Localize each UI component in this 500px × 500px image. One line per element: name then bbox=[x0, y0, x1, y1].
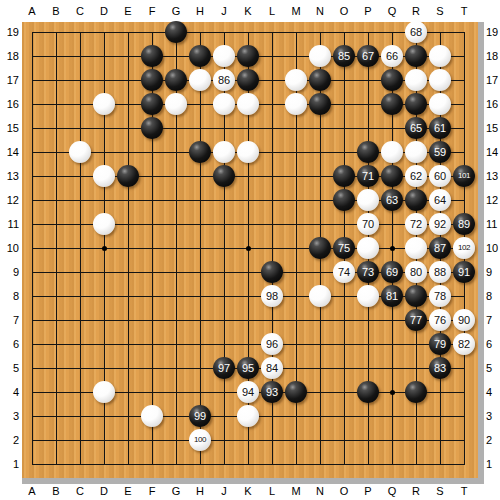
row-label: 7 bbox=[3, 312, 19, 328]
move-number: 60 bbox=[434, 171, 446, 182]
white-stone-l5: 84 bbox=[261, 357, 283, 379]
row-label: 10 bbox=[3, 240, 19, 256]
white-stone-q18: 66 bbox=[381, 45, 403, 67]
move-number: 61 bbox=[434, 123, 446, 134]
column-label: A bbox=[20, 3, 44, 19]
black-stone-h18 bbox=[189, 45, 211, 67]
black-stone-f15 bbox=[141, 117, 163, 139]
row-label: 3 bbox=[486, 408, 500, 424]
black-stone-s14: 59 bbox=[429, 141, 451, 163]
black-stone-k18 bbox=[237, 45, 259, 67]
move-number: 81 bbox=[386, 291, 398, 302]
move-number: 66 bbox=[386, 51, 398, 62]
column-label: K bbox=[236, 483, 260, 499]
star-point bbox=[390, 246, 395, 251]
go-board[interactable]: 6885676686656159716260101636470729289758… bbox=[22, 22, 484, 484]
move-number: 88 bbox=[434, 267, 446, 278]
white-stone-n18 bbox=[309, 45, 331, 67]
white-stone-s17 bbox=[429, 69, 451, 91]
row-label: 16 bbox=[3, 96, 19, 112]
white-stone-r13: 62 bbox=[405, 165, 427, 187]
column-label: D bbox=[92, 483, 116, 499]
move-number: 79 bbox=[434, 339, 446, 350]
black-stone-t9: 91 bbox=[453, 261, 475, 283]
white-stone-s13: 60 bbox=[429, 165, 451, 187]
column-label: K bbox=[236, 3, 260, 19]
move-number: 93 bbox=[266, 387, 278, 398]
white-stone-s18 bbox=[429, 45, 451, 67]
column-label: C bbox=[68, 483, 92, 499]
black-stone-t11: 89 bbox=[453, 213, 475, 235]
column-label: F bbox=[140, 3, 164, 19]
white-stone-r19: 68 bbox=[405, 21, 427, 43]
white-stone-s11: 92 bbox=[429, 213, 451, 235]
row-label: 11 bbox=[3, 216, 19, 232]
row-label: 8 bbox=[486, 288, 500, 304]
move-number: 63 bbox=[386, 195, 398, 206]
move-number: 102 bbox=[458, 244, 470, 252]
black-stone-q16 bbox=[381, 93, 403, 115]
move-number: 94 bbox=[242, 387, 254, 398]
move-number: 90 bbox=[458, 315, 470, 326]
row-label: 11 bbox=[486, 216, 500, 232]
white-stone-j16 bbox=[213, 93, 235, 115]
black-stone-n10 bbox=[309, 237, 331, 259]
row-label: 9 bbox=[486, 264, 500, 280]
grid-line bbox=[32, 344, 465, 345]
column-label: T bbox=[452, 483, 476, 499]
white-stone-j18 bbox=[213, 45, 235, 67]
black-stone-r15: 65 bbox=[405, 117, 427, 139]
column-label: L bbox=[260, 483, 284, 499]
black-stone-p13: 71 bbox=[357, 165, 379, 187]
black-stone-p18: 67 bbox=[357, 45, 379, 67]
black-stone-l4: 93 bbox=[261, 381, 283, 403]
column-label: B bbox=[44, 3, 68, 19]
white-stone-p8 bbox=[357, 285, 379, 307]
move-number: 96 bbox=[266, 339, 278, 350]
white-stone-j14 bbox=[213, 141, 235, 163]
column-label: P bbox=[356, 483, 380, 499]
white-stone-k16 bbox=[237, 93, 259, 115]
black-stone-o13 bbox=[333, 165, 355, 187]
white-stone-s16 bbox=[429, 93, 451, 115]
column-label: Q bbox=[380, 3, 404, 19]
black-stone-o12 bbox=[333, 189, 355, 211]
black-stone-p4 bbox=[357, 381, 379, 403]
white-stone-h2: 100 bbox=[189, 429, 211, 451]
move-number: 86 bbox=[218, 75, 230, 86]
row-label: 1 bbox=[486, 456, 500, 472]
move-number: 84 bbox=[266, 363, 278, 374]
black-stone-q17 bbox=[381, 69, 403, 91]
column-label: N bbox=[308, 483, 332, 499]
black-stone-q13 bbox=[381, 165, 403, 187]
column-label: O bbox=[332, 3, 356, 19]
row-label: 14 bbox=[486, 144, 500, 160]
black-stone-j13 bbox=[213, 165, 235, 187]
row-label: 2 bbox=[3, 432, 19, 448]
row-label: 4 bbox=[3, 384, 19, 400]
black-stone-n17 bbox=[309, 69, 331, 91]
column-label: E bbox=[116, 483, 140, 499]
black-stone-p9: 73 bbox=[357, 261, 379, 283]
white-stone-l6: 96 bbox=[261, 333, 283, 355]
black-stone-r8 bbox=[405, 285, 427, 307]
row-label: 5 bbox=[486, 360, 500, 376]
row-label: 6 bbox=[486, 336, 500, 352]
star-point bbox=[390, 390, 395, 395]
white-stone-p11: 70 bbox=[357, 213, 379, 235]
column-label: S bbox=[428, 3, 452, 19]
grid-line bbox=[32, 440, 465, 441]
row-label: 19 bbox=[3, 24, 19, 40]
black-stone-s10: 87 bbox=[429, 237, 451, 259]
row-label: 16 bbox=[486, 96, 500, 112]
white-stone-n8 bbox=[309, 285, 331, 307]
row-label: 5 bbox=[3, 360, 19, 376]
move-number: 72 bbox=[410, 219, 422, 230]
row-label: 8 bbox=[3, 288, 19, 304]
column-label: T bbox=[452, 3, 476, 19]
black-stone-h14 bbox=[189, 141, 211, 163]
move-number: 62 bbox=[410, 171, 422, 182]
white-stone-d4 bbox=[93, 381, 115, 403]
move-number: 99 bbox=[194, 411, 206, 422]
column-label: R bbox=[404, 3, 428, 19]
row-label: 15 bbox=[486, 120, 500, 136]
black-stone-g17 bbox=[165, 69, 187, 91]
row-label: 12 bbox=[486, 192, 500, 208]
white-stone-k14 bbox=[237, 141, 259, 163]
row-label: 4 bbox=[486, 384, 500, 400]
black-stone-r18 bbox=[405, 45, 427, 67]
move-number: 85 bbox=[338, 51, 350, 62]
white-stone-d11 bbox=[93, 213, 115, 235]
white-stone-t7: 90 bbox=[453, 309, 475, 331]
move-number: 80 bbox=[410, 267, 422, 278]
row-label: 17 bbox=[486, 72, 500, 88]
white-stone-k4: 94 bbox=[237, 381, 259, 403]
row-label: 18 bbox=[3, 48, 19, 64]
column-label: R bbox=[404, 483, 428, 499]
column-label: O bbox=[332, 483, 356, 499]
move-number: 95 bbox=[242, 363, 254, 374]
black-stone-k5: 95 bbox=[237, 357, 259, 379]
move-number: 97 bbox=[218, 363, 230, 374]
black-stone-q9: 69 bbox=[381, 261, 403, 283]
row-label: 1 bbox=[3, 456, 19, 472]
white-stone-l8: 98 bbox=[261, 285, 283, 307]
black-stone-f18 bbox=[141, 45, 163, 67]
white-stone-j17: 86 bbox=[213, 69, 235, 91]
column-label: Q bbox=[380, 483, 404, 499]
row-label: 6 bbox=[3, 336, 19, 352]
move-number: 101 bbox=[458, 172, 470, 180]
row-label: 17 bbox=[3, 72, 19, 88]
black-stone-k17 bbox=[237, 69, 259, 91]
column-label: H bbox=[188, 483, 212, 499]
white-stone-s9: 88 bbox=[429, 261, 451, 283]
black-stone-h3: 99 bbox=[189, 405, 211, 427]
white-stone-r14 bbox=[405, 141, 427, 163]
row-label: 18 bbox=[486, 48, 500, 64]
go-game-viewer: 6885676686656159716260101636470729289758… bbox=[0, 0, 500, 500]
white-stone-r9: 80 bbox=[405, 261, 427, 283]
column-label: M bbox=[284, 483, 308, 499]
black-stone-f17 bbox=[141, 69, 163, 91]
black-stone-l9 bbox=[261, 261, 283, 283]
row-label: 2 bbox=[486, 432, 500, 448]
black-stone-m4 bbox=[285, 381, 307, 403]
white-stone-r11: 72 bbox=[405, 213, 427, 235]
white-stone-g16 bbox=[165, 93, 187, 115]
white-stone-q14 bbox=[381, 141, 403, 163]
move-number: 82 bbox=[458, 339, 470, 350]
move-number: 75 bbox=[338, 243, 350, 254]
black-stone-e13 bbox=[117, 165, 139, 187]
black-stone-r12 bbox=[405, 189, 427, 211]
column-label: G bbox=[164, 483, 188, 499]
black-stone-q12: 63 bbox=[381, 189, 403, 211]
move-number: 69 bbox=[386, 267, 398, 278]
black-stone-g19 bbox=[165, 21, 187, 43]
white-stone-m16 bbox=[285, 93, 307, 115]
move-number: 73 bbox=[362, 267, 374, 278]
black-stone-r16 bbox=[405, 93, 427, 115]
column-label: S bbox=[428, 483, 452, 499]
column-label: L bbox=[260, 3, 284, 19]
column-label: F bbox=[140, 483, 164, 499]
move-number: 64 bbox=[434, 195, 446, 206]
column-label: B bbox=[44, 483, 68, 499]
move-number: 76 bbox=[434, 315, 446, 326]
black-stone-s15: 61 bbox=[429, 117, 451, 139]
move-number: 91 bbox=[458, 267, 470, 278]
white-stone-r17 bbox=[405, 69, 427, 91]
white-stone-f3 bbox=[141, 405, 163, 427]
white-stone-t10: 102 bbox=[453, 237, 475, 259]
grid-line bbox=[32, 320, 465, 321]
black-stone-r4 bbox=[405, 381, 427, 403]
column-label: H bbox=[188, 3, 212, 19]
white-stone-k3 bbox=[237, 405, 259, 427]
row-label: 7 bbox=[486, 312, 500, 328]
black-stone-s6: 79 bbox=[429, 333, 451, 355]
move-number: 83 bbox=[434, 363, 446, 374]
white-stone-r10 bbox=[405, 237, 427, 259]
column-label: P bbox=[356, 3, 380, 19]
black-stone-p14 bbox=[357, 141, 379, 163]
black-stone-s5: 83 bbox=[429, 357, 451, 379]
row-label: 15 bbox=[3, 120, 19, 136]
white-stone-m17 bbox=[285, 69, 307, 91]
white-stone-t6: 82 bbox=[453, 333, 475, 355]
white-stone-h17 bbox=[189, 69, 211, 91]
row-label: 14 bbox=[3, 144, 19, 160]
row-label: 9 bbox=[3, 264, 19, 280]
move-number: 89 bbox=[458, 219, 470, 230]
star-point bbox=[246, 246, 251, 251]
white-stone-o9: 74 bbox=[333, 261, 355, 283]
column-label: N bbox=[308, 3, 332, 19]
column-label: C bbox=[68, 3, 92, 19]
row-label: 10 bbox=[486, 240, 500, 256]
move-number: 92 bbox=[434, 219, 446, 230]
black-stone-r7: 77 bbox=[405, 309, 427, 331]
row-label: 12 bbox=[3, 192, 19, 208]
move-number: 98 bbox=[266, 291, 278, 302]
move-number: 77 bbox=[410, 315, 422, 326]
column-label: D bbox=[92, 3, 116, 19]
black-stone-n16 bbox=[309, 93, 331, 115]
black-stone-t13: 101 bbox=[453, 165, 475, 187]
black-stone-o18: 85 bbox=[333, 45, 355, 67]
row-label: 3 bbox=[3, 408, 19, 424]
column-label: E bbox=[116, 3, 140, 19]
star-point bbox=[102, 246, 107, 251]
move-number: 65 bbox=[410, 123, 422, 134]
move-number: 74 bbox=[338, 267, 350, 278]
move-number: 70 bbox=[362, 219, 374, 230]
black-stone-o10: 75 bbox=[333, 237, 355, 259]
grid-line bbox=[32, 464, 465, 465]
white-stone-s12: 64 bbox=[429, 189, 451, 211]
row-label: 13 bbox=[486, 168, 500, 184]
move-number: 68 bbox=[410, 27, 422, 38]
row-label: 13 bbox=[3, 168, 19, 184]
move-number: 87 bbox=[434, 243, 446, 254]
move-number: 100 bbox=[194, 436, 206, 444]
white-stone-p12 bbox=[357, 189, 379, 211]
white-stone-c14 bbox=[69, 141, 91, 163]
black-stone-f16 bbox=[141, 93, 163, 115]
white-stone-d16 bbox=[93, 93, 115, 115]
column-label: M bbox=[284, 3, 308, 19]
move-number: 78 bbox=[434, 291, 446, 302]
move-number: 71 bbox=[362, 171, 374, 182]
white-stone-p10 bbox=[357, 237, 379, 259]
column-label: J bbox=[212, 483, 236, 499]
column-label: G bbox=[164, 3, 188, 19]
column-label: A bbox=[20, 483, 44, 499]
black-stone-j5: 97 bbox=[213, 357, 235, 379]
white-stone-s8: 78 bbox=[429, 285, 451, 307]
row-label: 19 bbox=[486, 24, 500, 40]
column-label: J bbox=[212, 3, 236, 19]
white-stone-s7: 76 bbox=[429, 309, 451, 331]
black-stone-q8: 81 bbox=[381, 285, 403, 307]
move-number: 59 bbox=[434, 147, 446, 158]
white-stone-d13 bbox=[93, 165, 115, 187]
move-number: 67 bbox=[362, 51, 374, 62]
